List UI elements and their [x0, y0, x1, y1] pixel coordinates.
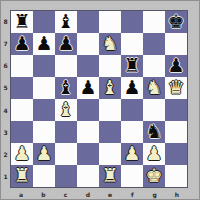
square-e3[interactable] — [99, 121, 121, 143]
square-c4[interactable]: ♝ — [55, 99, 77, 121]
square-g8[interactable] — [143, 11, 165, 33]
file-label-c: c — [55, 188, 77, 200]
square-d1[interactable] — [77, 165, 99, 187]
square-f5[interactable]: ♟ — [121, 77, 143, 99]
square-h6[interactable]: ♟ — [165, 55, 187, 77]
rank-label-5: 5 — [1, 77, 10, 99]
black-bishop-c8[interactable]: ♝ — [57, 10, 74, 32]
square-d8[interactable] — [77, 11, 99, 33]
square-h2[interactable] — [165, 143, 187, 165]
file-label-a: a — [10, 188, 32, 200]
file-labels: abcdefgh — [10, 188, 188, 200]
black-knight-g3[interactable]: ♞ — [145, 120, 162, 142]
file-label-d: d — [77, 188, 99, 200]
square-e6[interactable] — [99, 55, 121, 77]
black-pawn-a7[interactable]: ♟ — [13, 32, 30, 54]
black-pawn-b7[interactable]: ♟ — [35, 32, 52, 54]
file-label-g: g — [144, 188, 166, 200]
square-e7[interactable]: ♞ — [99, 33, 121, 55]
white-queen-h5[interactable]: ♛ — [167, 76, 184, 98]
black-pawn-c7[interactable]: ♟ — [57, 32, 74, 54]
square-e5[interactable]: ♝ — [99, 77, 121, 99]
square-a7[interactable]: ♟ — [11, 33, 33, 55]
black-bishop-c5[interactable]: ♝ — [57, 76, 74, 98]
square-g5[interactable]: ♞ — [143, 77, 165, 99]
square-h4[interactable] — [165, 99, 187, 121]
white-pawn-a2[interactable]: ♟ — [13, 142, 30, 164]
chess-board[interactable]: ♜♝♚♟♟♟♞♜♟♝♟♝♟♞♛♝♞♟♟♟♟♜♜♚ — [10, 10, 188, 188]
rank-label-4: 4 — [1, 99, 10, 121]
square-c1[interactable] — [55, 165, 77, 187]
square-f4[interactable] — [121, 99, 143, 121]
square-d5[interactable]: ♟ — [77, 77, 99, 99]
square-b4[interactable] — [33, 99, 55, 121]
chess-diagram: 87654321 ♜♝♚♟♟♟♞♜♟♝♟♝♟♞♛♝♞♟♟♟♟♜♜♚ abcdef… — [0, 0, 200, 200]
rank-labels: 87654321 — [1, 10, 10, 188]
square-h8[interactable]: ♚ — [165, 11, 187, 33]
square-e4[interactable] — [99, 99, 121, 121]
file-label-h: h — [166, 188, 188, 200]
black-rook-f6[interactable]: ♜ — [123, 54, 140, 76]
square-g6[interactable] — [143, 55, 165, 77]
square-b5[interactable] — [33, 77, 55, 99]
white-bishop-c4[interactable]: ♝ — [57, 98, 74, 120]
white-king-g1[interactable]: ♚ — [145, 164, 162, 186]
square-f1[interactable] — [121, 165, 143, 187]
square-c6[interactable] — [55, 55, 77, 77]
square-c2[interactable] — [55, 143, 77, 165]
file-label-e: e — [99, 188, 121, 200]
square-a6[interactable] — [11, 55, 33, 77]
square-g3[interactable]: ♞ — [143, 121, 165, 143]
rank-label-3: 3 — [1, 121, 10, 143]
square-d2[interactable] — [77, 143, 99, 165]
white-pawn-b2[interactable]: ♟ — [35, 142, 52, 164]
rank-label-8: 8 — [1, 10, 10, 32]
square-d7[interactable] — [77, 33, 99, 55]
square-f7[interactable] — [121, 33, 143, 55]
square-a1[interactable]: ♜ — [11, 165, 33, 187]
white-knight-g5[interactable]: ♞ — [145, 76, 162, 98]
square-d6[interactable] — [77, 55, 99, 77]
square-b6[interactable] — [33, 55, 55, 77]
square-h3[interactable] — [165, 121, 187, 143]
square-a8[interactable]: ♜ — [11, 11, 33, 33]
white-bishop-e5[interactable]: ♝ — [101, 76, 118, 98]
square-f6[interactable]: ♜ — [121, 55, 143, 77]
square-c3[interactable] — [55, 121, 77, 143]
square-d3[interactable] — [77, 121, 99, 143]
black-pawn-d5[interactable]: ♟ — [79, 76, 96, 98]
square-c7[interactable]: ♟ — [55, 33, 77, 55]
square-b7[interactable]: ♟ — [33, 33, 55, 55]
rank-label-2: 2 — [1, 144, 10, 166]
square-g2[interactable]: ♟ — [143, 143, 165, 165]
square-d4[interactable] — [77, 99, 99, 121]
square-b3[interactable] — [33, 121, 55, 143]
square-e8[interactable] — [99, 11, 121, 33]
square-c8[interactable]: ♝ — [55, 11, 77, 33]
square-f8[interactable] — [121, 11, 143, 33]
white-rook-e1[interactable]: ♜ — [101, 164, 118, 186]
square-e1[interactable]: ♜ — [99, 165, 121, 187]
white-pawn-f2[interactable]: ♟ — [123, 142, 140, 164]
square-a4[interactable] — [11, 99, 33, 121]
rank-label-7: 7 — [1, 32, 10, 54]
square-h1[interactable] — [165, 165, 187, 187]
square-b1[interactable] — [33, 165, 55, 187]
square-b8[interactable] — [33, 11, 55, 33]
square-b2[interactable]: ♟ — [33, 143, 55, 165]
file-label-b: b — [32, 188, 54, 200]
square-h7[interactable] — [165, 33, 187, 55]
square-a2[interactable]: ♟ — [11, 143, 33, 165]
square-c5[interactable]: ♝ — [55, 77, 77, 99]
square-g4[interactable] — [143, 99, 165, 121]
black-rook-a8[interactable]: ♜ — [13, 10, 30, 32]
white-rook-a1[interactable]: ♜ — [13, 164, 30, 186]
square-g7[interactable] — [143, 33, 165, 55]
black-pawn-f5[interactable]: ♟ — [123, 76, 140, 98]
square-e2[interactable] — [99, 143, 121, 165]
rank-label-1: 1 — [1, 166, 10, 188]
square-h5[interactable]: ♛ — [165, 77, 187, 99]
white-knight-e7[interactable]: ♞ — [101, 32, 118, 54]
square-a5[interactable] — [11, 77, 33, 99]
square-g1[interactable]: ♚ — [143, 165, 165, 187]
square-a3[interactable] — [11, 121, 33, 143]
rank-label-6: 6 — [1, 55, 10, 77]
square-f2[interactable]: ♟ — [121, 143, 143, 165]
black-king-h8[interactable]: ♚ — [167, 10, 184, 32]
white-pawn-g2[interactable]: ♟ — [145, 142, 162, 164]
file-label-f: f — [121, 188, 143, 200]
square-f3[interactable] — [121, 121, 143, 143]
black-pawn-h6[interactable]: ♟ — [167, 54, 184, 76]
